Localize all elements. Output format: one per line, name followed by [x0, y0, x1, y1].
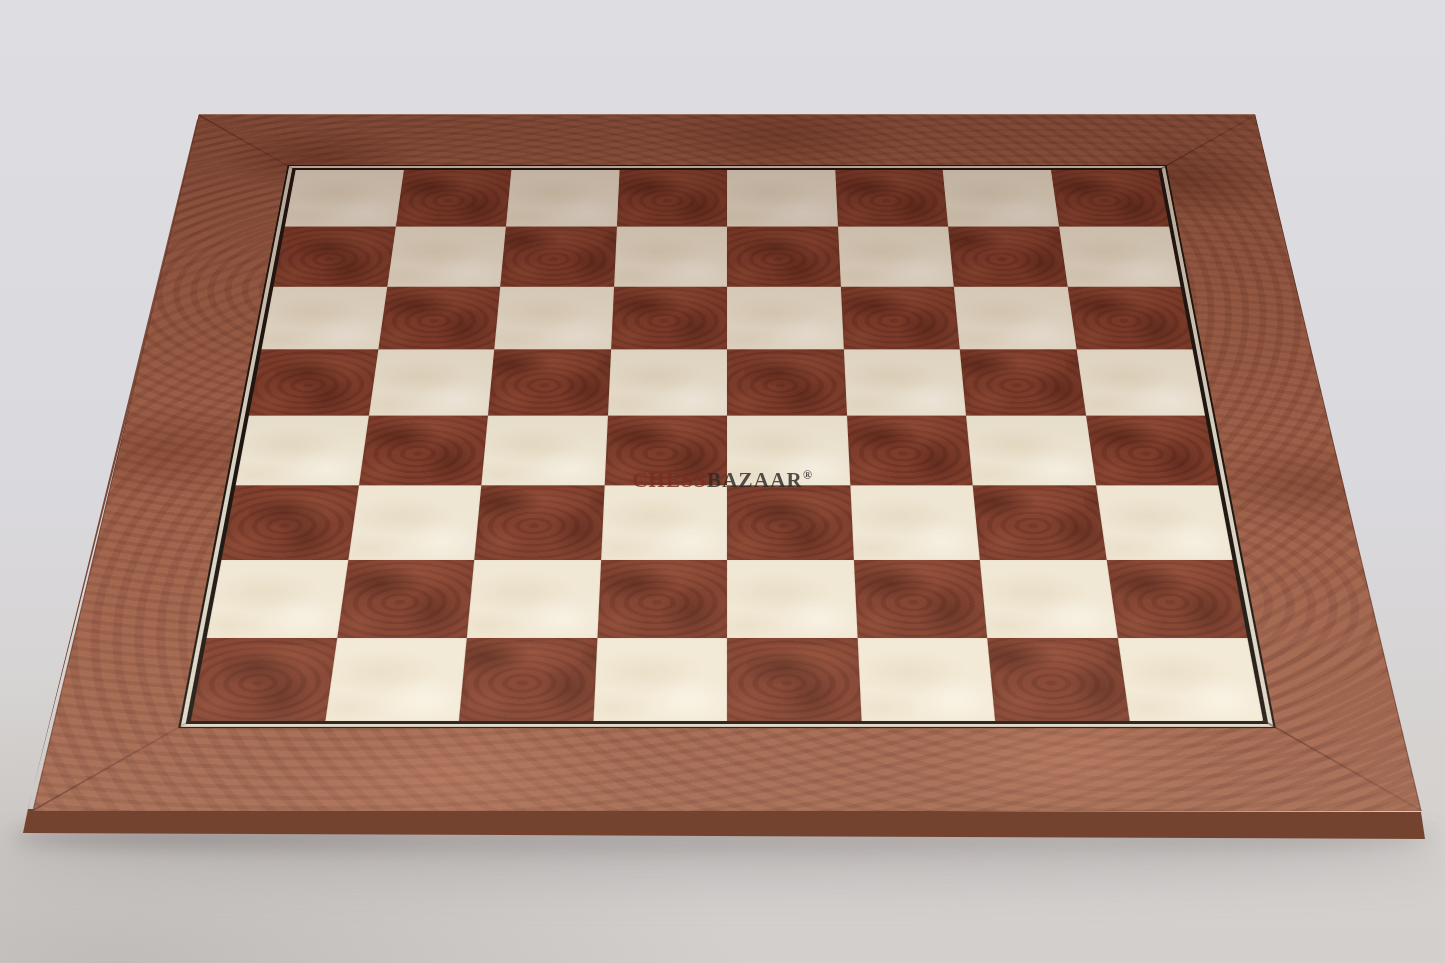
- square-e2[interactable]: [727, 560, 857, 638]
- square-f5[interactable]: [843, 349, 966, 415]
- square-g8[interactable]: [943, 170, 1059, 227]
- square-a7[interactable]: [273, 227, 395, 287]
- board-shadow: [12, 820, 1432, 854]
- frame-mitre-top-right: [1157, 115, 1256, 171]
- square-e1[interactable]: [727, 638, 861, 721]
- square-c7[interactable]: [500, 227, 616, 287]
- square-e5[interactable]: [727, 349, 847, 415]
- frame-mitre-bottom-left: [32, 720, 192, 812]
- square-e7[interactable]: [727, 227, 840, 287]
- square-d7[interactable]: [614, 227, 727, 287]
- square-b1[interactable]: [325, 638, 467, 721]
- square-b2[interactable]: [337, 560, 475, 638]
- square-g3[interactable]: [973, 486, 1106, 560]
- pinstripe-inner: [186, 168, 1269, 724]
- chessboard-grid: [191, 170, 1263, 721]
- square-h2[interactable]: [1106, 560, 1247, 638]
- square-c6[interactable]: [494, 286, 613, 349]
- square-h1[interactable]: [1117, 638, 1263, 721]
- square-g6[interactable]: [954, 286, 1076, 349]
- square-d2[interactable]: [597, 560, 727, 638]
- square-a4[interactable]: [236, 416, 369, 486]
- square-g2[interactable]: [980, 560, 1118, 638]
- square-b4[interactable]: [358, 416, 488, 486]
- board-frame: [32, 114, 1421, 812]
- square-d1[interactable]: [593, 638, 727, 721]
- square-b8[interactable]: [395, 170, 511, 227]
- pinstripe-light: [181, 166, 1274, 727]
- square-f1[interactable]: [857, 638, 995, 721]
- square-h7[interactable]: [1059, 227, 1181, 287]
- square-c3[interactable]: [474, 486, 604, 560]
- square-h4[interactable]: [1086, 416, 1219, 486]
- square-f3[interactable]: [850, 486, 980, 560]
- square-d5[interactable]: [607, 349, 727, 415]
- square-e4[interactable]: [727, 416, 850, 486]
- square-f7[interactable]: [838, 227, 954, 287]
- square-d6[interactable]: [611, 286, 727, 349]
- square-h8[interactable]: [1051, 170, 1170, 227]
- square-g5[interactable]: [960, 349, 1086, 415]
- square-c4[interactable]: [481, 416, 607, 486]
- frame-mitre-bottom-right: [1262, 720, 1422, 812]
- square-a2[interactable]: [207, 560, 348, 638]
- square-h3[interactable]: [1096, 486, 1233, 560]
- square-c5[interactable]: [488, 349, 611, 415]
- square-e8[interactable]: [727, 170, 838, 227]
- square-d3[interactable]: [601, 486, 727, 560]
- square-g1[interactable]: [987, 638, 1129, 721]
- square-h5[interactable]: [1076, 349, 1205, 415]
- chessboard: [32, 114, 1421, 812]
- square-f4[interactable]: [847, 416, 973, 486]
- square-d8[interactable]: [616, 170, 727, 227]
- pinstripe-outer: [178, 165, 1276, 728]
- frame-mitre-top-left: [198, 115, 297, 171]
- square-e3[interactable]: [727, 486, 853, 560]
- square-f8[interactable]: [835, 170, 948, 227]
- square-a3[interactable]: [221, 486, 358, 560]
- square-g7[interactable]: [948, 227, 1067, 287]
- square-b7[interactable]: [387, 227, 506, 287]
- square-a6[interactable]: [262, 286, 387, 349]
- square-f2[interactable]: [853, 560, 987, 638]
- square-e6[interactable]: [727, 286, 843, 349]
- photo-backdrop: CHESSBAZAAR®: [0, 0, 1445, 963]
- square-c1[interactable]: [459, 638, 597, 721]
- square-a8[interactable]: [285, 170, 404, 227]
- square-f6[interactable]: [840, 286, 959, 349]
- square-d4[interactable]: [604, 416, 727, 486]
- square-a5[interactable]: [249, 349, 378, 415]
- square-c2[interactable]: [467, 560, 601, 638]
- square-b6[interactable]: [378, 286, 500, 349]
- square-b5[interactable]: [368, 349, 494, 415]
- square-a1[interactable]: [191, 638, 337, 721]
- square-h6[interactable]: [1067, 286, 1192, 349]
- square-c8[interactable]: [506, 170, 619, 227]
- square-b3[interactable]: [348, 486, 481, 560]
- square-g4[interactable]: [966, 416, 1096, 486]
